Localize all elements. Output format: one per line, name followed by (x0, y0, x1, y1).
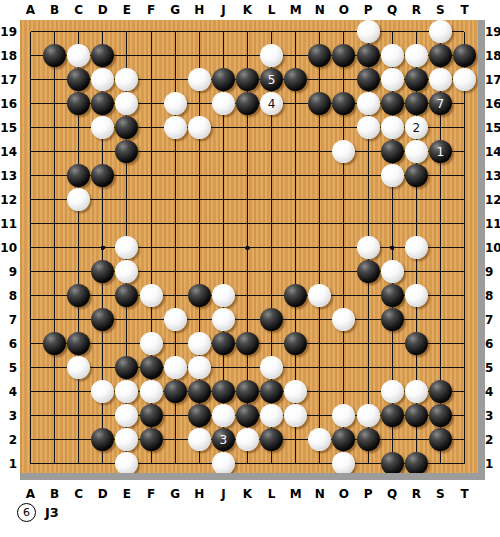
stone-white-P19 (357, 20, 380, 43)
stone-white-Q17 (381, 68, 404, 91)
go-kifu-page: 547213 AABBCCDDEEFFGGHHJJKKLLMMNNOOPPQQR… (0, 0, 500, 537)
coordinate-label: M (290, 4, 302, 16)
coordinate-label: C (74, 488, 83, 500)
coordinate-label: 2 (485, 434, 493, 446)
coordinate-label: 2 (0, 434, 17, 446)
coordinate-label: J (221, 4, 225, 16)
stone-white-H15 (188, 116, 211, 139)
board-shadow-bottom (20, 473, 485, 480)
coordinate-label: K (243, 488, 252, 500)
stone-white-R14 (405, 140, 428, 163)
stone-black-J6 (212, 332, 235, 355)
coordinate-label: 17 (485, 74, 500, 86)
coordinate-label: J (221, 488, 225, 500)
stone-black-R6 (405, 332, 428, 355)
coordinate-label: L (268, 488, 276, 500)
stone-white-Q18 (381, 44, 404, 67)
coordinate-label: 16 (0, 98, 17, 110)
coordinate-label: B (50, 488, 59, 500)
coordinate-label: O (339, 4, 349, 16)
stone-white-R4 (405, 380, 428, 403)
move-number-label: 3 (212, 428, 235, 451)
stone-black-J17 (212, 68, 235, 91)
stone-black-R3 (405, 404, 428, 427)
stone-black-F2 (140, 428, 163, 451)
move-annotation: 6 J3 (17, 502, 59, 523)
stone-black-F5 (140, 356, 163, 379)
coordinate-label: 3 (0, 410, 17, 422)
stone-black-Q3 (381, 404, 404, 427)
stone-white-R18 (405, 44, 428, 67)
coordinate-label: N (315, 4, 325, 16)
stone-white-G15 (164, 116, 187, 139)
coordinate-label: 5 (485, 362, 493, 374)
stone-white-J3 (212, 404, 235, 427)
stone-white-S17 (429, 68, 452, 91)
coordinate-label: 9 (485, 266, 493, 278)
stone-black-S14: 1 (429, 140, 452, 163)
stone-white-H5 (188, 356, 211, 379)
coordinate-label: T (460, 488, 468, 500)
coordinate-label: 17 (0, 74, 17, 86)
coordinate-label: 8 (485, 290, 493, 302)
coordinate-label: 8 (0, 290, 17, 302)
coordinate-label: K (243, 4, 252, 16)
stone-white-P10 (357, 236, 380, 259)
stone-white-S19 (429, 20, 452, 43)
star-point (390, 245, 395, 250)
coordinate-label: 19 (485, 26, 500, 38)
stone-white-R8 (405, 284, 428, 307)
stone-white-F6 (140, 332, 163, 355)
stone-black-Q14 (381, 140, 404, 163)
stone-black-S18 (429, 44, 452, 67)
coordinate-label: 1 (0, 458, 17, 470)
stone-black-R16 (405, 92, 428, 115)
stone-black-T18 (453, 44, 476, 67)
coordinate-label: 4 (485, 386, 493, 398)
coordinate-label: 13 (485, 170, 500, 182)
coordinate-label: T (460, 4, 468, 16)
coordinate-label: E (123, 488, 131, 500)
stone-black-Q8 (381, 284, 404, 307)
coordinate-label: 18 (485, 50, 500, 62)
coordinate-label: C (74, 4, 83, 16)
stone-white-P15 (357, 116, 380, 139)
stone-white-Q13 (381, 164, 404, 187)
coordinate-label: M (290, 488, 302, 500)
coordinate-label: H (194, 488, 204, 500)
stone-black-L17: 5 (260, 68, 283, 91)
coordinate-label: 15 (485, 122, 500, 134)
coordinate-label: H (194, 4, 204, 16)
coordinate-label: F (147, 488, 155, 500)
stone-white-G5 (164, 356, 187, 379)
move-number-label: 2 (405, 116, 428, 139)
star-point (101, 245, 106, 250)
stone-black-S3 (429, 404, 452, 427)
coordinate-label: P (364, 488, 373, 500)
stone-black-F3 (140, 404, 163, 427)
stone-black-Q7 (381, 308, 404, 331)
coordinate-label: N (315, 488, 325, 500)
coordinate-label: 13 (0, 170, 17, 182)
stone-black-J2: 3 (212, 428, 235, 451)
coordinate-label: 6 (0, 338, 17, 350)
coordinate-label: 10 (0, 242, 17, 254)
stone-black-S16: 7 (429, 92, 452, 115)
circled-move-number: 6 (17, 503, 36, 522)
stone-white-T17 (453, 68, 476, 91)
coordinate-label: 16 (485, 98, 500, 110)
stone-white-H2 (188, 428, 211, 451)
coordinate-label: 11 (0, 218, 17, 230)
coordinate-label: G (170, 488, 180, 500)
stone-white-Q9 (381, 260, 404, 283)
stone-black-P9 (357, 260, 380, 283)
go-board[interactable]: 547213 (20, 20, 478, 473)
stone-black-H3 (188, 404, 211, 427)
stone-white-R15: 2 (405, 116, 428, 139)
coordinate-label: 3 (485, 410, 493, 422)
star-point (245, 245, 250, 250)
stone-black-P17 (357, 68, 380, 91)
coordinate-label: S (436, 4, 445, 16)
stone-black-J4 (212, 380, 235, 403)
coordinate-label: 18 (0, 50, 17, 62)
coordinate-label: D (98, 488, 108, 500)
stone-white-J16 (212, 92, 235, 115)
stone-black-P18 (357, 44, 380, 67)
coordinate-label: 4 (0, 386, 17, 398)
coordinate-label: 12 (0, 194, 17, 206)
coordinate-label: 1 (485, 458, 493, 470)
stone-white-J1 (212, 452, 235, 475)
stone-white-G7 (164, 308, 187, 331)
stone-white-P16 (357, 92, 380, 115)
stone-white-Q4 (381, 380, 404, 403)
coordinate-label: P (364, 4, 373, 16)
coordinate-label: 15 (0, 122, 17, 134)
coordinate-label: F (147, 4, 155, 16)
coordinate-label: S (436, 488, 445, 500)
stone-white-H6 (188, 332, 211, 355)
coordinate-label: A (26, 488, 35, 500)
coordinate-label: G (170, 4, 180, 16)
stone-black-R1 (405, 452, 428, 475)
coordinate-label: E (123, 4, 131, 16)
coordinate-label: 7 (0, 314, 17, 326)
board-shadow-right (478, 20, 485, 480)
coordinate-label: 9 (0, 266, 17, 278)
stone-white-Q15 (381, 116, 404, 139)
stone-white-F4 (140, 380, 163, 403)
coordinate-label: 10 (485, 242, 500, 254)
stone-black-H8 (188, 284, 211, 307)
coordinate-label: 6 (485, 338, 493, 350)
coordinate-label: 11 (485, 218, 500, 230)
coordinate-label: Q (387, 4, 397, 16)
move-number-label: 4 (260, 92, 283, 115)
move-number-label: 1 (429, 140, 452, 163)
coordinate-label: B (50, 4, 59, 16)
coordinate-label: R (412, 488, 421, 500)
stone-white-J8 (212, 284, 235, 307)
stone-white-G16 (164, 92, 187, 115)
stone-black-H4 (188, 380, 211, 403)
stone-white-F8 (140, 284, 163, 307)
coordinate-label: D (98, 4, 108, 16)
coordinate-label: 12 (485, 194, 500, 206)
stone-black-G4 (164, 380, 187, 403)
coordinate-label: 5 (0, 362, 17, 374)
stone-black-P2 (357, 428, 380, 451)
coordinate-label: 19 (0, 26, 17, 38)
move-number-label: 7 (429, 92, 452, 115)
coordinate-label: R (412, 4, 421, 16)
move-number-label: 5 (260, 68, 283, 91)
coordinate-label: Q (387, 488, 397, 500)
stone-white-J7 (212, 308, 235, 331)
stone-black-S2 (429, 428, 452, 451)
coordinate-label: 7 (485, 314, 493, 326)
stone-black-Q16 (381, 92, 404, 115)
move-location-label: J3 (45, 506, 59, 519)
stone-black-Q1 (381, 452, 404, 475)
stone-black-R13 (405, 164, 428, 187)
stone-white-P3 (357, 404, 380, 427)
stone-black-S4 (429, 380, 452, 403)
coordinate-label: 14 (485, 146, 500, 158)
coordinate-label: A (26, 4, 35, 16)
coordinate-label: 14 (0, 146, 17, 158)
stone-white-H17 (188, 68, 211, 91)
stone-white-L16: 4 (260, 92, 283, 115)
stone-white-R10 (405, 236, 428, 259)
coordinate-label: L (268, 4, 276, 16)
stone-black-R17 (405, 68, 428, 91)
coordinate-label: O (339, 488, 349, 500)
